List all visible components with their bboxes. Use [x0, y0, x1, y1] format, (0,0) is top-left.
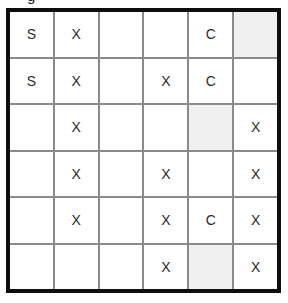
cell-r4c5[interactable]	[189, 152, 232, 197]
cell-r5c3[interactable]	[100, 198, 143, 243]
cell-r3c5[interactable]	[189, 105, 232, 150]
cell-r6c2[interactable]	[55, 245, 98, 290]
cell-r4c2[interactable]: X	[55, 152, 98, 197]
cell-r2c4[interactable]: X	[144, 59, 187, 104]
cell-r2c1[interactable]: S	[10, 59, 53, 104]
cell-r3c3[interactable]	[100, 105, 143, 150]
cell-r6c6[interactable]: X	[234, 245, 277, 290]
cell-r2c6[interactable]	[234, 59, 277, 104]
cell-r5c2[interactable]: X	[55, 198, 98, 243]
cell-r3c6[interactable]: X	[234, 105, 277, 150]
cell-r5c1[interactable]	[10, 198, 53, 243]
cell-r6c4[interactable]: X	[144, 245, 187, 290]
cell-r4c4[interactable]: X	[144, 152, 187, 197]
cell-r2c2[interactable]: X	[55, 59, 98, 104]
cell-r6c5[interactable]	[189, 245, 232, 290]
cell-r3c1[interactable]	[10, 105, 53, 150]
cell-r1c3[interactable]	[100, 12, 143, 57]
cell-r4c6[interactable]: X	[234, 152, 277, 197]
caption-descender-glyph: g	[27, 0, 35, 4]
cell-r1c1[interactable]: S	[10, 12, 53, 57]
cell-r1c2[interactable]: X	[55, 12, 98, 57]
cell-r2c5[interactable]: C	[189, 59, 232, 104]
cell-r4c1[interactable]	[10, 152, 53, 197]
cell-r5c5[interactable]: C	[189, 198, 232, 243]
puzzle-board: SXCSXXCXXXXXXXCXXX	[6, 8, 281, 293]
cell-r2c3[interactable]	[100, 59, 143, 104]
cell-r6c3[interactable]	[100, 245, 143, 290]
cut-off-caption: g	[0, 0, 80, 6]
cell-r3c4[interactable]	[144, 105, 187, 150]
cell-r5c4[interactable]: X	[144, 198, 187, 243]
cell-r5c6[interactable]: X	[234, 198, 277, 243]
cell-r1c6[interactable]	[234, 12, 277, 57]
cell-r3c2[interactable]: X	[55, 105, 98, 150]
cell-r1c5[interactable]: C	[189, 12, 232, 57]
cell-r1c4[interactable]	[144, 12, 187, 57]
cell-r6c1[interactable]	[10, 245, 53, 290]
cell-r4c3[interactable]	[100, 152, 143, 197]
